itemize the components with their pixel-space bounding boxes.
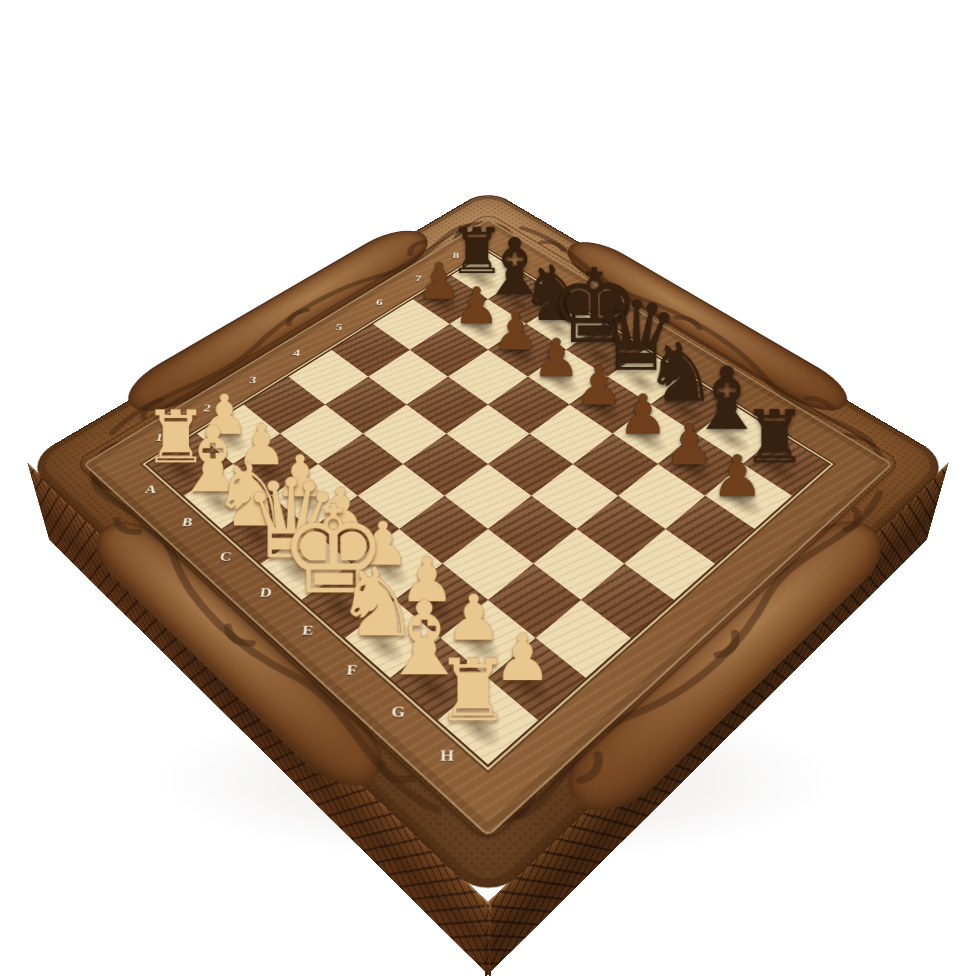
square-h1[interactable]: ♜ bbox=[438, 678, 538, 764]
piece-white-rook[interactable]: ♜ bbox=[390, 648, 557, 734]
scene: ♜♝♞♚♛♞♝♜♟♟♟♟♟♟♟♟♟♟♟♟♟♟♟♟♜♝♞♛♚♞♝♜ ABCDEFG… bbox=[0, 0, 976, 976]
piece-black-pawn[interactable]: ♟ bbox=[665, 448, 809, 506]
